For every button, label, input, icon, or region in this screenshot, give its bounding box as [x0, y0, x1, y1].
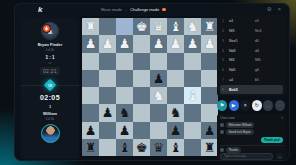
square-e7[interactable] — [133, 122, 150, 139]
square-a6[interactable] — [201, 104, 218, 121]
piece-white-rook[interactable]: ♜ — [204, 20, 216, 33]
chat-avatar — [220, 148, 224, 152]
piece-white-king[interactable]: ♚ — [136, 20, 148, 33]
square-g5[interactable] — [99, 87, 116, 104]
chat-title: Chat room — [220, 116, 235, 120]
player-caption: Lvl 5k — [46, 117, 54, 121]
square-f8[interactable]: ♝ — [116, 139, 133, 156]
square-g1[interactable] — [99, 18, 116, 35]
piece-white-pawn[interactable]: ♟ — [204, 37, 216, 50]
chat-bubble: Welcome William — [226, 122, 255, 128]
square-b5[interactable]: ♝ — [184, 87, 201, 104]
chat-message-list: Welcome WilliamGood luck BryanThank you!… — [220, 122, 283, 154]
action-button-flag-icon[interactable]: ⚑ — [217, 100, 227, 111]
opponent-caption: Lvl 5k — [46, 48, 54, 52]
square-b3[interactable] — [184, 53, 201, 70]
white-move[interactable]: Nf3 — [229, 29, 255, 33]
move-row-4[interactable]: 4Nd3d4 — [220, 46, 283, 55]
square-f3[interactable] — [116, 53, 133, 70]
white-move[interactable]: Nxe5 — [229, 39, 255, 43]
white-move[interactable]: e4 — [229, 19, 255, 23]
square-a4[interactable] — [201, 70, 218, 87]
piece-white-pawn[interactable]: ♟ — [85, 37, 97, 50]
square-g8[interactable] — [99, 139, 116, 156]
game-action-buttons: ⚑▶×↻…· — [217, 100, 285, 111]
piece-black-pawn[interactable]: ♟ — [85, 124, 97, 137]
opponent-clock: 02:21 — [40, 67, 60, 75]
square-c8[interactable]: ♝ — [167, 139, 184, 156]
square-d4[interactable]: ♟ — [150, 70, 167, 87]
move-row-5[interactable]: 5Nf4Nf6 — [220, 56, 283, 65]
square-h2[interactable]: ♟ — [82, 35, 99, 52]
piece-black-bishop[interactable]: ♝ — [119, 141, 131, 154]
piece-black-queen[interactable]: ♛ — [153, 141, 165, 154]
chat-message: Thank you! — [220, 137, 283, 143]
square-a2[interactable]: ♟ — [201, 35, 218, 52]
square-f1[interactable] — [116, 18, 133, 35]
move-number: 2 — [222, 29, 229, 33]
move-number: 6 — [222, 68, 229, 72]
black-move[interactable]: e5 — [255, 19, 281, 23]
piece-black-knight[interactable]: ♞ — [170, 106, 182, 119]
action-button-more-icon[interactable]: … — [263, 100, 273, 111]
move-row-8[interactable]: 8Bxb5 — [220, 85, 283, 94]
move-row-3[interactable]: 3Nxe5d5 — [220, 37, 283, 46]
square-d2[interactable]: ♟ — [150, 35, 167, 52]
square-c5[interactable] — [167, 87, 184, 104]
action-button-close-icon[interactable]: × — [240, 100, 250, 111]
move-number: 8 — [222, 88, 229, 92]
black-move[interactable]: b5 — [255, 78, 281, 82]
move-list-panel: 1e4e52Nf3Nc63Nxe5d54Nd3d45Nf4Nf66Nd5g67a… — [217, 15, 286, 96]
action-button-play-icon[interactable]: ▶ — [229, 100, 239, 111]
black-move[interactable]: d5 — [255, 39, 281, 43]
chat-avatar — [220, 130, 224, 134]
chat-message: Good luck Bryan — [220, 129, 283, 135]
chat-send-button[interactable]: → — [276, 153, 283, 160]
match-score: 1 : 1 — [45, 55, 54, 60]
square-h1[interactable]: ♜ — [82, 18, 99, 35]
nav-tabs: Move mode – Challenge mode — [101, 7, 166, 12]
player-score: 1 — [49, 104, 51, 109]
flame-badge — [42, 24, 51, 33]
piece-black-pawn[interactable]: ♟ — [119, 124, 131, 137]
tab-move-mode[interactable]: Move mode — [101, 7, 122, 12]
flame-icon — [44, 26, 49, 31]
dot-icon: · — [279, 102, 281, 108]
square-f7[interactable]: ♟ — [116, 122, 133, 139]
desktop-background: k Move mode – Challenge mode ⚙ × ♞ — [0, 0, 296, 165]
piece-white-bishop[interactable]: ♝ — [170, 20, 182, 33]
square-e1[interactable]: ♚ — [133, 18, 150, 35]
square-c1[interactable]: ♝ — [167, 18, 184, 35]
vs-label: vs — [49, 61, 52, 65]
square-g3[interactable] — [99, 53, 116, 70]
white-move[interactable]: Nd5 — [229, 68, 255, 72]
black-move[interactable]: g6 — [255, 68, 281, 72]
move-number: 5 — [222, 58, 229, 62]
piece-black-knight[interactable]: ♞ — [119, 106, 131, 119]
chat-close-icon[interactable]: × — [281, 116, 283, 120]
square-h6[interactable] — [82, 104, 99, 121]
chess-board: ♜♚♛♝♞♜♟♟♟♟♟♟♟♟♞♝♟♞♞♟♟♟♟♜♝♚♛♝♜ — [82, 18, 218, 156]
square-g6[interactable]: ♟ — [99, 104, 116, 121]
square-c7[interactable]: ♟ — [167, 122, 184, 139]
square-a5[interactable] — [201, 87, 218, 104]
vs-diamond-badge: VS — [44, 79, 57, 92]
settings-icon[interactable]: ⚙ — [267, 6, 272, 12]
sidebar-divider: VS — [21, 80, 79, 90]
square-b1[interactable]: ♞ — [184, 18, 201, 35]
square-b2[interactable]: ♟ — [184, 35, 201, 52]
move-row-2[interactable]: 2Nf3Nc6 — [220, 27, 283, 36]
players-sidebar: ♞ Bryan Finder Lvl 5k 1 : 1 vs 02:21 VS … — [21, 18, 79, 159]
square-a8[interactable]: ♜ — [201, 139, 218, 156]
black-move[interactable]: Nf6 — [255, 58, 281, 62]
move-number: 3 — [222, 39, 229, 43]
square-b6[interactable] — [184, 104, 201, 121]
move-row-6[interactable]: 6Nd5g6 — [220, 66, 283, 75]
send-icon: → — [278, 154, 282, 159]
window-close-icon[interactable]: × — [278, 6, 281, 12]
opponent-avatar[interactable]: ♞ — [41, 22, 59, 40]
player-name: William — [43, 111, 57, 116]
vs-badge-text: VS — [46, 81, 55, 90]
piece-white-knight[interactable]: ♞ — [153, 89, 165, 102]
square-h4[interactable] — [82, 70, 99, 87]
piece-black-rook[interactable]: ♜ — [85, 141, 97, 154]
square-e4[interactable] — [133, 70, 150, 87]
black-move[interactable]: d4 — [255, 49, 281, 53]
chat-bubble: Good luck Bryan — [226, 129, 254, 135]
white-move[interactable]: Bxb5 — [229, 88, 255, 92]
square-d6[interactable] — [150, 104, 167, 121]
square-h8[interactable]: ♜ — [82, 139, 99, 156]
chat-avatar — [220, 123, 224, 127]
flag-icon: ⚑ — [220, 102, 224, 108]
square-a1[interactable]: ♜ — [201, 18, 218, 35]
square-h7[interactable]: ♟ — [82, 122, 99, 139]
square-e3[interactable] — [133, 53, 150, 70]
square-b7[interactable] — [184, 122, 201, 139]
square-a3[interactable] — [201, 53, 218, 70]
square-e8[interactable]: ♚ — [133, 139, 150, 156]
square-f6[interactable]: ♞ — [116, 104, 133, 121]
piece-white-bishop[interactable]: ♝ — [187, 89, 199, 102]
piece-black-pawn[interactable]: ♟ — [102, 106, 114, 119]
square-f4[interactable] — [116, 70, 133, 87]
piece-white-pawn[interactable]: ♟ — [187, 37, 199, 50]
piece-black-king[interactable]: ♚ — [136, 141, 148, 154]
play-icon: ▶ — [232, 102, 236, 108]
square-c2[interactable]: ♟ — [167, 35, 184, 52]
white-move[interactable]: Nf4 — [229, 58, 255, 62]
square-e2[interactable] — [133, 35, 150, 52]
piece-white-pawn[interactable]: ♟ — [153, 37, 165, 50]
piece-black-bishop[interactable]: ♝ — [170, 141, 182, 154]
nav-separator: – — [125, 7, 127, 12]
chat-panel: Chat room × Welcome WilliamGood luck Bry… — [217, 114, 286, 161]
square-c4[interactable] — [167, 70, 184, 87]
piece-black-pawn[interactable]: ♟ — [170, 124, 182, 137]
action-button-dot-icon[interactable]: · — [275, 100, 285, 111]
app-window: k Move mode – Challenge mode ⚙ × ♞ — [14, 3, 290, 161]
piece-white-pawn[interactable]: ♟ — [119, 37, 131, 50]
black-move[interactable]: Nc6 — [255, 29, 281, 33]
white-move[interactable]: Nd3 — [229, 49, 255, 53]
square-e6[interactable] — [133, 104, 150, 121]
square-c3[interactable] — [167, 53, 184, 70]
move-number: 7 — [222, 78, 229, 82]
action-button-refresh-icon[interactable]: ↻ — [252, 100, 262, 111]
square-b8[interactable] — [184, 139, 201, 156]
chat-input[interactable]: Type a message... — [220, 153, 273, 160]
opponent-name: Bryan Finder — [38, 42, 63, 47]
square-d7[interactable] — [150, 122, 167, 139]
square-g4[interactable] — [99, 70, 116, 87]
refresh-icon: ↻ — [255, 102, 259, 108]
move-row-1[interactable]: 1e4e5 — [220, 17, 283, 26]
white-move[interactable]: a4 — [229, 78, 255, 82]
square-f2[interactable]: ♟ — [116, 35, 133, 52]
piece-black-rook[interactable]: ♜ — [204, 141, 216, 154]
square-g7[interactable] — [99, 122, 116, 139]
chat-message: Welcome William — [220, 122, 283, 128]
square-h3[interactable] — [82, 53, 99, 70]
mode-indicator-dot — [162, 8, 166, 12]
app-logo[interactable]: k — [38, 5, 42, 14]
move-number: 1 — [222, 19, 229, 23]
square-d3[interactable] — [150, 53, 167, 70]
square-f5[interactable] — [116, 87, 133, 104]
square-b4[interactable] — [184, 70, 201, 87]
square-h5[interactable] — [82, 87, 99, 104]
piece-white-queen[interactable]: ♛ — [153, 20, 165, 33]
close-icon: × — [244, 102, 247, 108]
tab-challenge-mode[interactable]: Challenge mode — [130, 7, 159, 12]
piece-white-pawn[interactable]: ♟ — [170, 37, 182, 50]
piece-white-knight[interactable]: ♞ — [187, 20, 199, 33]
chat-divider — [220, 145, 283, 146]
move-row-7[interactable]: 7a4b5 — [220, 76, 283, 85]
piece-white-pawn[interactable]: ♟ — [102, 37, 114, 50]
player-avatar[interactable] — [41, 124, 60, 143]
square-a7[interactable]: ♟ — [201, 122, 218, 139]
player-clock: 02:05 — [40, 94, 60, 101]
square-d1[interactable]: ♛ — [150, 18, 167, 35]
square-e5[interactable] — [133, 87, 150, 104]
more-icon: … — [266, 102, 271, 108]
square-d8[interactable]: ♛ — [150, 139, 167, 156]
piece-black-pawn[interactable]: ♟ — [204, 124, 216, 137]
move-number: 4 — [222, 49, 229, 53]
piece-white-rook[interactable]: ♜ — [85, 20, 97, 33]
square-c6[interactable]: ♞ — [167, 104, 184, 121]
square-g2[interactable]: ♟ — [99, 35, 116, 52]
square-d5[interactable]: ♞ — [150, 87, 167, 104]
piece-black-pawn[interactable]: ♟ — [153, 72, 165, 85]
chat-bubble: Thank you! — [261, 137, 283, 143]
